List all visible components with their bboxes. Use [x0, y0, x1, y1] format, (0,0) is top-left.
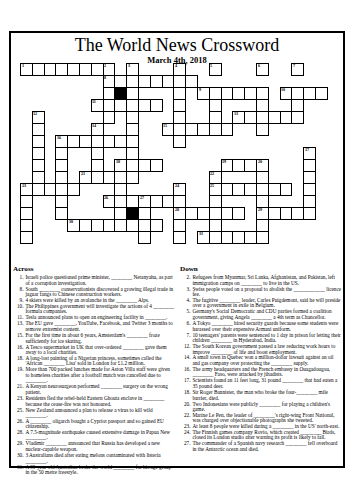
- clue-item: 3.Swiss people voted on a proposal to ab…: [180, 287, 342, 298]
- cell-number: 31: [199, 232, 203, 236]
- clue-text: The Philippines government will investig…: [25, 304, 175, 315]
- clue-text: Marine Le Pen, the leader of ________'s …: [192, 413, 342, 424]
- clue-number: 18.: [180, 390, 191, 401]
- clue-number: 24.: [180, 430, 191, 441]
- clue-text: A Tokyo ________ hired security guards b…: [192, 321, 342, 332]
- cell-number: 23: [22, 184, 26, 188]
- clue-number: 14.: [180, 356, 191, 367]
- cell-number: 30: [69, 220, 73, 224]
- grid-cell[interactable]: [103, 111, 116, 124]
- grid-cell[interactable]: [173, 231, 186, 244]
- clue-text: A long-lost painting of a Nigerian princ…: [25, 356, 175, 367]
- cell-number: 15: [163, 124, 167, 128]
- clue-number: 27.: [180, 442, 191, 453]
- clue-number: 7.: [180, 333, 191, 344]
- cell-number: 14: [92, 124, 96, 128]
- clue-item: 6.A Tokyo ________ hired security guards…: [180, 321, 342, 332]
- clue-number: 21.: [13, 384, 24, 395]
- clue-text: A Kenyan neurosurgeon performed ________…: [25, 384, 175, 395]
- cell-number: 2: [104, 64, 106, 68]
- clue-text: Vladimir ________ announced that Russia …: [25, 442, 175, 453]
- clue-number: 25.: [13, 407, 24, 418]
- clue-number: 30.: [13, 453, 24, 464]
- clue-text: 3 Australians died after eating melons c…: [25, 453, 175, 464]
- grid-cell[interactable]: 6: [256, 63, 269, 76]
- clue-item: 12.The South Korean government passed a …: [180, 344, 342, 355]
- grid-cell[interactable]: [126, 171, 139, 184]
- down-clues-column: Down 2.Refugees from Myanmar, Sri Lanka,…: [180, 266, 342, 453]
- cell-number: 11: [92, 100, 96, 104]
- clue-number: 16.: [13, 345, 24, 356]
- clue-item: 18.Sir Roger Bannister, the man who brok…: [180, 390, 342, 401]
- clue-item: 7.10 teenagers' parents were sentenced t…: [180, 333, 342, 344]
- clue-item: 14.A small town in Quebec won a million-…: [180, 356, 342, 367]
- clue-item: 18.A long-lost painting of a Nigerian pr…: [13, 356, 175, 367]
- clue-text: A ________ oligarch bought a Cypriot pas…: [25, 419, 175, 430]
- clue-number: 29.: [13, 442, 24, 453]
- clue-text: Germany's Social Democratic and CDU part…: [192, 310, 342, 321]
- clue-item: 30.3 Australians died after eating melon…: [13, 453, 175, 464]
- cell-number: 1: [22, 64, 24, 68]
- clue-number: 3.: [180, 287, 191, 298]
- clue-item: 29.Vladimir ________ announced that Russ…: [13, 442, 175, 453]
- clue-text: The South Korean government passed a law…: [192, 344, 342, 355]
- grid-cell[interactable]: [150, 159, 163, 172]
- clue-number: 31.: [13, 465, 24, 476]
- grid-cell[interactable]: [150, 219, 163, 232]
- down-heading: Down: [180, 266, 342, 273]
- clue-item: 16.A Tesco supermarket in UK that over-o…: [13, 345, 175, 356]
- clue-number: 20.: [180, 401, 191, 412]
- across-clue-list: 1.Israeli police questioned prime minist…: [13, 275, 175, 475]
- grid-cell[interactable]: 7: [291, 63, 304, 76]
- clue-text: Sir Roger Bannister, the man who broke t…: [192, 390, 342, 401]
- clue-number: 28.: [13, 430, 24, 441]
- clue-item: 1.Israeli police questioned prime minist…: [13, 275, 175, 286]
- clue-text: Refugees from Myanmar, Sri Lanka, Afghan…: [192, 275, 342, 286]
- grid-cell[interactable]: [256, 123, 269, 136]
- clue-text: A small town in Quebec won a million-dol…: [192, 356, 342, 367]
- clue-text: A 99-year-old Australian broke the world…: [25, 465, 175, 476]
- puzzle-title: The World News Crossword: [11, 35, 343, 55]
- clue-item: 26.A ________ oligarch bought a Cypriot …: [13, 419, 175, 430]
- clue-text: South ________ conservationists discover…: [25, 287, 175, 298]
- grid-cell[interactable]: [303, 207, 316, 220]
- clue-text: Israeli police questioned prime minister…: [25, 275, 175, 286]
- cell-number: 13: [234, 112, 238, 116]
- clue-item: 28.A 7.5-magnitude earthquake caused ext…: [13, 430, 175, 441]
- clue-number: 22.: [180, 413, 191, 424]
- grid-cell[interactable]: [20, 231, 33, 244]
- cell-number: 22: [210, 172, 214, 176]
- clue-number: 15.: [13, 333, 24, 344]
- clue-number: 17.: [180, 379, 191, 390]
- clue-item: 15.For the first time in about 6 years, …: [13, 333, 175, 344]
- clue-text: A Tesco supermarket in UK that over-orde…: [25, 345, 175, 356]
- clue-item: 23.Residents fled the rebel-held Eastern…: [13, 396, 175, 407]
- clue-text: A 7.5-magnitude earthquake caused extens…: [25, 430, 175, 441]
- clue-number: 10.: [13, 304, 24, 315]
- clue-text: More than 700 packed lunches made for As…: [25, 367, 175, 384]
- cell-number: 19: [222, 160, 226, 164]
- grid-cell[interactable]: [221, 123, 234, 136]
- clue-number: 5.: [180, 310, 191, 321]
- grid-cell[interactable]: [291, 111, 304, 124]
- grid-cell[interactable]: 5: [209, 63, 222, 76]
- clue-item: 5.Germany's Social Democratic and CDU pa…: [180, 310, 342, 321]
- clue-number: 12.: [180, 344, 191, 355]
- cell-number: 6: [258, 64, 260, 68]
- cell-number: 3: [128, 64, 130, 68]
- clue-item: 22.Marine Le Pen, the leader of ________…: [180, 413, 342, 424]
- grid-cell[interactable]: [150, 99, 163, 112]
- across-heading: Across: [13, 266, 175, 273]
- clue-number: 2.: [180, 275, 191, 286]
- clue-number: 6.: [180, 321, 191, 332]
- clue-text: The Finnish games company Rovio, which c…: [192, 430, 342, 441]
- clue-text: Residents fled the rebel-held Eastern Gh…: [25, 396, 175, 407]
- clue-item: 25.New Zealand announced a plan to relea…: [13, 407, 175, 418]
- clue-number: 16.: [180, 367, 191, 378]
- cell-number: 17: [305, 148, 309, 152]
- crossword-grid: 1234567891011121314151617181920212223242…: [20, 63, 328, 244]
- clue-number: 19.: [13, 367, 24, 384]
- cell-number: 12: [33, 112, 37, 116]
- cell-number: 8: [104, 76, 106, 80]
- cell-number: 18: [116, 160, 120, 164]
- clue-item: 19.More than 700 packed lunches made for…: [13, 367, 175, 384]
- clue-text: The fugitive ________ leader, Carles Pui…: [192, 298, 342, 309]
- down-clue-list: 2.Refugees from Myanmar, Sri Lanka, Afgh…: [180, 275, 342, 452]
- grid-cell[interactable]: [315, 87, 328, 100]
- clue-text: For the first time in about 6 years, Ams…: [25, 333, 175, 344]
- cell-number: 26: [104, 196, 108, 200]
- cell-number: 21: [81, 172, 85, 176]
- clue-number: 26.: [13, 419, 24, 430]
- clue-text: Two Indonesians were publicly ________ f…: [192, 401, 342, 412]
- clue-number: 8.: [13, 287, 24, 298]
- clue-item: 20.Two Indonesians were publicly _______…: [180, 401, 342, 412]
- clue-item: 31.A 99-year-old Australian broke the wo…: [13, 465, 175, 476]
- clue-text: The commander of a Spanish navy research…: [192, 442, 342, 453]
- across-clues-column: Across 1.Israeli police questioned prime…: [13, 266, 175, 476]
- cell-number: 7: [293, 64, 295, 68]
- clue-text: Scientists found an 11 feet long, 31 pou…: [192, 379, 342, 390]
- grid-cell[interactable]: [256, 231, 269, 244]
- clue-item: 16.The army headquarters and the French …: [180, 367, 342, 378]
- cell-number: 5: [210, 64, 212, 68]
- clue-text: Swiss people voted on a proposal to abol…: [192, 287, 342, 298]
- clue-number: 4.: [180, 298, 191, 309]
- clue-item: 21.A Kenyan neurosurgeon performed _____…: [13, 384, 175, 395]
- clue-item: 10.The Philippines government will inves…: [13, 304, 175, 315]
- clue-number: 23.: [13, 396, 24, 407]
- grid-cell[interactable]: [232, 207, 245, 220]
- clue-item: 4.The fugitive ________ leader, Carles P…: [180, 298, 342, 309]
- cell-number: 9: [199, 88, 201, 92]
- clue-item: 8.South ________ conservationists discov…: [13, 287, 175, 298]
- cell-number: 10: [281, 88, 285, 92]
- cell-number: 29: [258, 208, 262, 212]
- clue-item: 27.The commander of a Spanish navy resea…: [180, 442, 342, 453]
- page: { "title": "The World News Crossword", "…: [0, 0, 353, 500]
- clue-number: 1.: [13, 275, 24, 286]
- clue-item: 24.The Finnish games company Rovio, whic…: [180, 430, 342, 441]
- clue-text: New Zealand announced a plan to release …: [25, 407, 175, 418]
- clue-number: 18.: [13, 356, 24, 367]
- cell-number: 27: [140, 196, 144, 200]
- clue-text: The EU gave ________, YouTube, Facebook,…: [25, 322, 175, 333]
- cell-number: 20: [258, 160, 262, 164]
- clue-text: 10 teenagers' parents were sentenced to …: [192, 333, 342, 344]
- clue-item: 17.Scientists found an 11 feet long, 31 …: [180, 379, 342, 390]
- cell-number: 28: [175, 208, 179, 212]
- clue-item: 2.Refugees from Myanmar, Sri Lanka, Afgh…: [180, 275, 342, 286]
- clue-text: The army headquarters and the French emb…: [192, 367, 342, 378]
- cell-number: 16: [57, 136, 61, 140]
- grid-cell[interactable]: [173, 135, 186, 148]
- cell-number: 24: [175, 184, 179, 188]
- grid-cell[interactable]: [280, 183, 293, 196]
- grid-cell[interactable]: [138, 231, 151, 244]
- grid-cell[interactable]: [67, 183, 80, 196]
- clue-item: 13.The EU gave ________, YouTube, Facebo…: [13, 322, 175, 333]
- cell-number: 4: [175, 64, 177, 68]
- cell-number: 25: [210, 184, 214, 188]
- clue-number: 13.: [13, 322, 24, 333]
